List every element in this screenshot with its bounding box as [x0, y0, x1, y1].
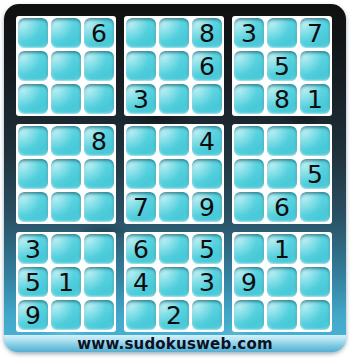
- cell-r7c1[interactable]: 3: [18, 234, 48, 264]
- cell-r9c3[interactable]: [84, 300, 114, 330]
- cell-r8c4[interactable]: 4: [126, 267, 156, 297]
- cell-r9c6[interactable]: [192, 300, 222, 330]
- cell-r1c4[interactable]: [126, 18, 156, 48]
- cell-r2c1[interactable]: [18, 51, 48, 81]
- cell-r2c8[interactable]: 5: [267, 51, 297, 81]
- cell-r2c3[interactable]: [84, 51, 114, 81]
- cell-r5c2[interactable]: [51, 159, 81, 189]
- cell-r3c3[interactable]: [84, 84, 114, 114]
- cell-r1c2[interactable]: [51, 18, 81, 48]
- cell-r4c3[interactable]: 8: [84, 126, 114, 156]
- cell-r5c3[interactable]: [84, 159, 114, 189]
- cell-r7c4[interactable]: 6: [126, 234, 156, 264]
- cell-r6c6[interactable]: 9: [192, 192, 222, 222]
- cell-r1c6[interactable]: 8: [192, 18, 222, 48]
- cell-r6c9[interactable]: [300, 192, 330, 222]
- cell-r2c9[interactable]: [300, 51, 330, 81]
- sudoku-box-6: 56: [232, 124, 332, 224]
- cell-r8c3[interactable]: [84, 267, 114, 297]
- cell-r8c2[interactable]: 1: [51, 267, 81, 297]
- cell-r6c2[interactable]: [51, 192, 81, 222]
- sudoku-box-4: 8: [16, 124, 116, 224]
- cell-r9c8[interactable]: [267, 300, 297, 330]
- cell-r4c9[interactable]: [300, 126, 330, 156]
- cell-r2c7[interactable]: [234, 51, 264, 81]
- sudoku-box-1: 6: [16, 16, 116, 116]
- cell-r2c6[interactable]: 6: [192, 51, 222, 81]
- cell-r4c4[interactable]: [126, 126, 156, 156]
- cell-r5c6[interactable]: [192, 159, 222, 189]
- cell-r3c4[interactable]: 3: [126, 84, 156, 114]
- cell-r4c5[interactable]: [159, 126, 189, 156]
- sudoku-box-5: 479: [124, 124, 224, 224]
- sudoku-box-9: 19: [232, 232, 332, 332]
- cell-r2c2[interactable]: [51, 51, 81, 81]
- cell-r9c5[interactable]: 2: [159, 300, 189, 330]
- cell-r9c9[interactable]: [300, 300, 330, 330]
- cell-r6c1[interactable]: [18, 192, 48, 222]
- cell-r3c1[interactable]: [18, 84, 48, 114]
- cell-r8c8[interactable]: [267, 267, 297, 297]
- site-url[interactable]: www.sudokusweb.com: [77, 335, 272, 353]
- cell-r5c7[interactable]: [234, 159, 264, 189]
- cell-r2c4[interactable]: [126, 51, 156, 81]
- cell-r6c8[interactable]: 6: [267, 192, 297, 222]
- cell-r8c1[interactable]: 5: [18, 267, 48, 297]
- sudoku-box-7: 3519: [16, 232, 116, 332]
- cell-r4c2[interactable]: [51, 126, 81, 156]
- cell-r5c1[interactable]: [18, 159, 48, 189]
- cell-r4c8[interactable]: [267, 126, 297, 156]
- cell-r6c7[interactable]: [234, 192, 264, 222]
- cell-r7c3[interactable]: [84, 234, 114, 264]
- cell-r6c3[interactable]: [84, 192, 114, 222]
- cell-r9c2[interactable]: [51, 300, 81, 330]
- cell-r3c7[interactable]: [234, 84, 264, 114]
- cell-r5c5[interactable]: [159, 159, 189, 189]
- cell-r8c7[interactable]: 9: [234, 267, 264, 297]
- cell-r7c7[interactable]: [234, 234, 264, 264]
- cell-r7c2[interactable]: [51, 234, 81, 264]
- sudoku-box-8: 65432: [124, 232, 224, 332]
- cell-r2c5[interactable]: [159, 51, 189, 81]
- cell-r8c9[interactable]: [300, 267, 330, 297]
- site-footer: www.sudokusweb.com: [4, 335, 346, 352]
- cell-r3c2[interactable]: [51, 84, 81, 114]
- cell-r7c8[interactable]: 1: [267, 234, 297, 264]
- sudoku-board: 68633758184795635196543219: [16, 16, 332, 332]
- cell-r8c5[interactable]: [159, 267, 189, 297]
- cell-r1c1[interactable]: [18, 18, 48, 48]
- cell-r4c7[interactable]: [234, 126, 264, 156]
- cell-r6c4[interactable]: 7: [126, 192, 156, 222]
- cell-r8c6[interactable]: 3: [192, 267, 222, 297]
- cell-r3c9[interactable]: 1: [300, 84, 330, 114]
- cell-r9c4[interactable]: [126, 300, 156, 330]
- sudoku-box-3: 37581: [232, 16, 332, 116]
- cell-r1c8[interactable]: [267, 18, 297, 48]
- cell-r1c7[interactable]: 3: [234, 18, 264, 48]
- cell-r7c6[interactable]: 5: [192, 234, 222, 264]
- cell-r3c6[interactable]: [192, 84, 222, 114]
- cell-r4c6[interactable]: 4: [192, 126, 222, 156]
- cell-r1c3[interactable]: 6: [84, 18, 114, 48]
- cell-r5c9[interactable]: 5: [300, 159, 330, 189]
- cell-r7c5[interactable]: [159, 234, 189, 264]
- cell-r1c5[interactable]: [159, 18, 189, 48]
- cell-r9c7[interactable]: [234, 300, 264, 330]
- cell-r7c9[interactable]: [300, 234, 330, 264]
- cell-r5c4[interactable]: [126, 159, 156, 189]
- sudoku-box-2: 863: [124, 16, 224, 116]
- cell-r3c8[interactable]: 8: [267, 84, 297, 114]
- cell-r5c8[interactable]: [267, 159, 297, 189]
- cell-r9c1[interactable]: 9: [18, 300, 48, 330]
- sudoku-widget: 68633758184795635196543219 www.sudokuswe…: [0, 0, 350, 360]
- cell-r6c5[interactable]: [159, 192, 189, 222]
- cell-r1c9[interactable]: 7: [300, 18, 330, 48]
- cell-r4c1[interactable]: [18, 126, 48, 156]
- cell-r3c5[interactable]: [159, 84, 189, 114]
- board-frame: 68633758184795635196543219 www.sudokuswe…: [4, 4, 346, 352]
